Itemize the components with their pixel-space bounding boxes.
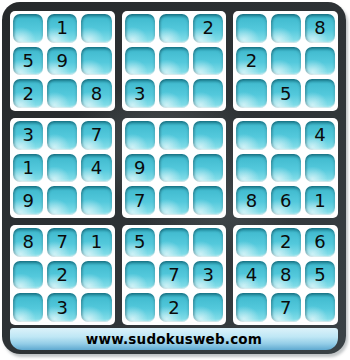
sudoku-cell-r7c8[interactable]: 2 [271, 228, 301, 257]
sudoku-cell-r3c2[interactable] [47, 79, 77, 108]
sudoku-cell-r7c2[interactable]: 7 [47, 228, 77, 257]
sudoku-cell-r2c5[interactable] [159, 47, 189, 76]
sudoku-cell-r9c6[interactable] [193, 293, 223, 322]
sudoku-cell-r6c6[interactable] [193, 186, 223, 215]
sudoku-cell-r9c2[interactable]: 3 [47, 293, 77, 322]
sudoku-box-5: 4861 [233, 118, 338, 218]
sudoku-cell-r2c1[interactable]: 5 [13, 47, 43, 76]
sudoku-cell-r8c8[interactable]: 8 [271, 261, 301, 290]
sudoku-cell-r2c8[interactable] [271, 47, 301, 76]
sudoku-cell-r1c5[interactable] [159, 14, 189, 43]
sudoku-cell-r1c4[interactable] [125, 14, 155, 43]
sudoku-cell-r3c9[interactable] [305, 79, 335, 108]
sudoku-box-4: 97 [122, 118, 227, 218]
sudoku-cell-r1c1[interactable] [13, 14, 43, 43]
sudoku-cell-r2c6[interactable] [193, 47, 223, 76]
sudoku-cell-r7c5[interactable] [159, 228, 189, 257]
sudoku-cell-r4c9[interactable]: 4 [305, 121, 335, 150]
sudoku-cell-r8c7[interactable]: 4 [236, 261, 266, 290]
sudoku-cell-r6c8[interactable]: 6 [271, 186, 301, 215]
sudoku-cell-r5c8[interactable] [271, 154, 301, 183]
sudoku-cell-r7c3[interactable]: 1 [81, 228, 111, 257]
sudoku-cell-r1c2[interactable]: 1 [47, 14, 77, 43]
sudoku-cell-r4c1[interactable]: 3 [13, 121, 43, 150]
sudoku-box-1: 23 [122, 11, 227, 111]
puzzle-frame: 159282382537149974861871235732264857 www… [2, 2, 346, 354]
sudoku-cell-r1c7[interactable] [236, 14, 266, 43]
sudoku-box-7: 5732 [122, 225, 227, 325]
sudoku-cell-r9c1[interactable] [13, 293, 43, 322]
sudoku-cell-r7c7[interactable] [236, 228, 266, 257]
sudoku-box-3: 37149 [10, 118, 115, 218]
sudoku-cell-r9c3[interactable] [81, 293, 111, 322]
sudoku-cell-r8c2[interactable]: 2 [47, 261, 77, 290]
sudoku-cell-r1c9[interactable]: 8 [305, 14, 335, 43]
sudoku-cell-r6c5[interactable] [159, 186, 189, 215]
sudoku-cell-r1c6[interactable]: 2 [193, 14, 223, 43]
sudoku-cell-r3c1[interactable]: 2 [13, 79, 43, 108]
sudoku-cell-r9c8[interactable]: 7 [271, 293, 301, 322]
sudoku-cell-r3c4[interactable]: 3 [125, 79, 155, 108]
sudoku-cell-r8c5[interactable]: 7 [159, 261, 189, 290]
sudoku-box-8: 264857 [233, 225, 338, 325]
sudoku-cell-r7c1[interactable]: 8 [13, 228, 43, 257]
sudoku-cell-r4c5[interactable] [159, 121, 189, 150]
sudoku-box-0: 15928 [10, 11, 115, 111]
sudoku-cell-r4c8[interactable] [271, 121, 301, 150]
sudoku-cell-r5c4[interactable]: 9 [125, 154, 155, 183]
sudoku-cell-r4c6[interactable] [193, 121, 223, 150]
sudoku-cell-r3c3[interactable]: 8 [81, 79, 111, 108]
footer-url: www.sudokusweb.com [86, 331, 262, 347]
sudoku-cell-r1c3[interactable] [81, 14, 111, 43]
sudoku-cell-r6c9[interactable]: 1 [305, 186, 335, 215]
sudoku-cell-r5c7[interactable] [236, 154, 266, 183]
sudoku-cell-r2c9[interactable] [305, 47, 335, 76]
sudoku-cell-r8c9[interactable]: 5 [305, 261, 335, 290]
sudoku-cell-r3c7[interactable] [236, 79, 266, 108]
sudoku-cell-r2c4[interactable] [125, 47, 155, 76]
sudoku-cell-r9c5[interactable]: 2 [159, 293, 189, 322]
sudoku-cell-r1c8[interactable] [271, 14, 301, 43]
sudoku-cell-r6c3[interactable] [81, 186, 111, 215]
sudoku-cell-r5c5[interactable] [159, 154, 189, 183]
sudoku-cell-r7c4[interactable]: 5 [125, 228, 155, 257]
sudoku-cell-r4c2[interactable] [47, 121, 77, 150]
sudoku-cell-r8c6[interactable]: 3 [193, 261, 223, 290]
sudoku-cell-r9c4[interactable] [125, 293, 155, 322]
sudoku-cell-r4c3[interactable]: 7 [81, 121, 111, 150]
sudoku-cell-r4c4[interactable] [125, 121, 155, 150]
sudoku-cell-r7c6[interactable] [193, 228, 223, 257]
sudoku-cell-r6c7[interactable]: 8 [236, 186, 266, 215]
sudoku-cell-r5c1[interactable]: 1 [13, 154, 43, 183]
sudoku-cell-r6c4[interactable]: 7 [125, 186, 155, 215]
sudoku-box-2: 825 [233, 11, 338, 111]
sudoku-cell-r3c6[interactable] [193, 79, 223, 108]
sudoku-cell-r2c7[interactable]: 2 [236, 47, 266, 76]
sudoku-cell-r3c8[interactable]: 5 [271, 79, 301, 108]
sudoku-cell-r3c5[interactable] [159, 79, 189, 108]
sudoku-cell-r7c9[interactable]: 6 [305, 228, 335, 257]
sudoku-cell-r2c2[interactable]: 9 [47, 47, 77, 76]
sudoku-box-6: 87123 [10, 225, 115, 325]
sudoku-cell-r2c3[interactable] [81, 47, 111, 76]
sudoku-cell-r9c9[interactable] [305, 293, 335, 322]
footer-bar: www.sudokusweb.com [10, 328, 338, 350]
sudoku-cell-r5c6[interactable] [193, 154, 223, 183]
sudoku-board: 159282382537149974861871235732264857 [10, 11, 338, 325]
sudoku-cell-r6c2[interactable] [47, 186, 77, 215]
sudoku-cell-r8c4[interactable] [125, 261, 155, 290]
sudoku-cell-r6c1[interactable]: 9 [13, 186, 43, 215]
sudoku-cell-r8c1[interactable] [13, 261, 43, 290]
sudoku-cell-r9c7[interactable] [236, 293, 266, 322]
sudoku-cell-r5c3[interactable]: 4 [81, 154, 111, 183]
sudoku-cell-r4c7[interactable] [236, 121, 266, 150]
sudoku-cell-r8c3[interactable] [81, 261, 111, 290]
sudoku-cell-r5c2[interactable] [47, 154, 77, 183]
sudoku-cell-r5c9[interactable] [305, 154, 335, 183]
